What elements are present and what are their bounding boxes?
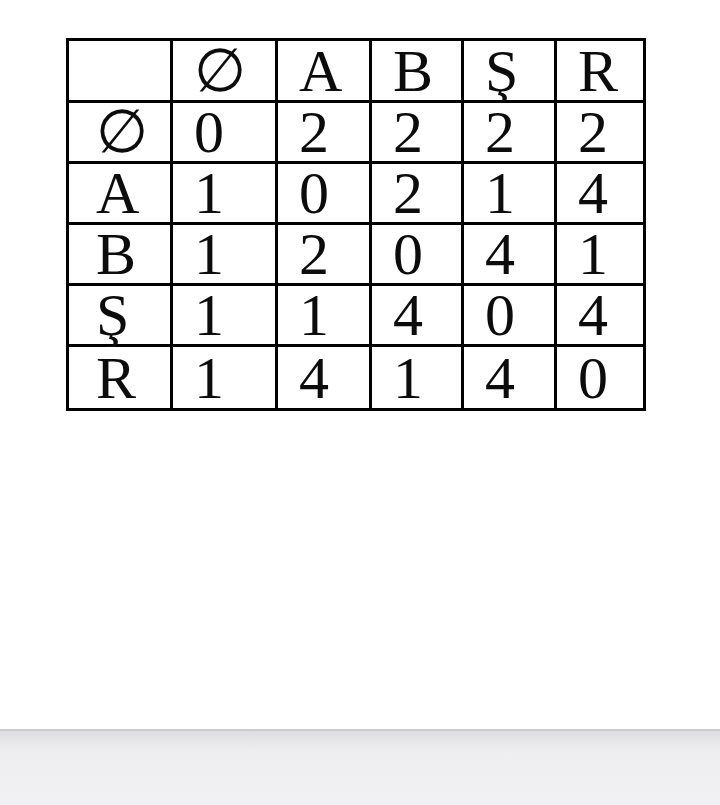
grid-cell: 1: [278, 286, 372, 347]
col-header-r: R: [557, 41, 643, 103]
grid-cell: 4: [372, 286, 464, 347]
grid-cell: 4: [464, 347, 557, 408]
grid-cell: 1: [173, 286, 278, 347]
grid-cell: 1: [173, 225, 278, 286]
grid-cell: 2: [557, 103, 643, 164]
grid-cell: 1: [372, 347, 464, 408]
footer-band: [0, 729, 720, 805]
row-label-s: Ş: [69, 286, 173, 347]
matrix-table: ∅ A B Ş R ∅ 0 2 2 2 2 A 1 0 2 1 4 B 1 2 …: [66, 38, 646, 411]
col-header-b: B: [372, 41, 464, 103]
grid-cell: 1: [173, 347, 278, 408]
col-header-nullset: ∅: [173, 41, 278, 103]
row-label-nullset: ∅: [69, 103, 173, 164]
grid-cell: 1: [557, 225, 643, 286]
grid-cell: 0: [557, 347, 643, 408]
grid-cell: 0: [278, 164, 372, 225]
grid-cell: 4: [464, 225, 557, 286]
grid-cell: 0: [372, 225, 464, 286]
grid-cell: 2: [372, 164, 464, 225]
grid-cell: 2: [464, 103, 557, 164]
col-header-s: Ş: [464, 41, 557, 103]
grid-cell: 2: [372, 103, 464, 164]
grid-cell: 4: [557, 164, 643, 225]
row-label-b: B: [69, 225, 173, 286]
grid-cell: 1: [464, 164, 557, 225]
row-label-a: A: [69, 164, 173, 225]
row-label-r: R: [69, 347, 173, 408]
grid-cell: 2: [278, 225, 372, 286]
grid-cell: 0: [464, 286, 557, 347]
grid-cell: 4: [278, 347, 372, 408]
col-header-a: A: [278, 41, 372, 103]
corner-cell: [69, 41, 173, 103]
grid-cell: 2: [278, 103, 372, 164]
grid-cell: 4: [557, 286, 643, 347]
grid-cell: 0: [173, 103, 278, 164]
grid-cell: 1: [173, 164, 278, 225]
